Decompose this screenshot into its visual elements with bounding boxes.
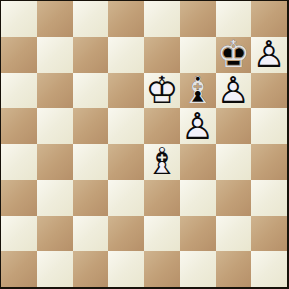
square-f8[interactable] <box>180 1 216 37</box>
square-d3[interactable] <box>108 180 144 216</box>
white-pawn-outline-glyph: ♙ <box>251 37 287 73</box>
square-c7[interactable] <box>73 37 109 73</box>
black-bishop-fill-glyph: ♝ <box>180 73 216 109</box>
square-f7[interactable] <box>180 37 216 73</box>
square-g3[interactable] <box>216 180 252 216</box>
square-d5[interactable] <box>108 108 144 144</box>
square-h3[interactable] <box>251 180 287 216</box>
square-a3[interactable] <box>1 180 37 216</box>
square-b5[interactable] <box>37 108 73 144</box>
white-pawn-fill-glyph: ♟ <box>216 73 252 109</box>
white-pawn[interactable]: ♟♙ <box>216 73 252 109</box>
square-f5[interactable]: ♟♙ <box>180 108 216 144</box>
white-pawn[interactable]: ♟♙ <box>251 37 287 73</box>
square-f3[interactable] <box>180 180 216 216</box>
square-b1[interactable] <box>37 251 73 287</box>
black-king-outline-glyph: ♔ <box>216 37 252 73</box>
square-d7[interactable] <box>108 37 144 73</box>
white-king-fill-glyph: ♚ <box>144 73 180 109</box>
square-d8[interactable] <box>108 1 144 37</box>
white-bishop-outline-glyph: ♗ <box>144 144 180 180</box>
white-king[interactable]: ♚♔ <box>144 73 180 109</box>
square-b2[interactable] <box>37 216 73 252</box>
square-c3[interactable] <box>73 180 109 216</box>
square-h5[interactable] <box>251 108 287 144</box>
square-e8[interactable] <box>144 1 180 37</box>
square-d4[interactable] <box>108 144 144 180</box>
square-f4[interactable] <box>180 144 216 180</box>
square-c5[interactable] <box>73 108 109 144</box>
square-h2[interactable] <box>251 216 287 252</box>
square-b6[interactable] <box>37 73 73 109</box>
square-e7[interactable] <box>144 37 180 73</box>
square-d2[interactable] <box>108 216 144 252</box>
square-d1[interactable] <box>108 251 144 287</box>
square-c8[interactable] <box>73 1 109 37</box>
white-pawn-fill-glyph: ♟ <box>180 108 216 144</box>
square-b4[interactable] <box>37 144 73 180</box>
square-h1[interactable] <box>251 251 287 287</box>
white-bishop[interactable]: ♝♗ <box>144 144 180 180</box>
white-bishop-fill-glyph: ♝ <box>144 144 180 180</box>
square-b8[interactable] <box>37 1 73 37</box>
square-g8[interactable] <box>216 1 252 37</box>
square-g2[interactable] <box>216 216 252 252</box>
square-e2[interactable] <box>144 216 180 252</box>
white-pawn-outline-glyph: ♙ <box>180 108 216 144</box>
white-king-outline-glyph: ♔ <box>144 73 180 109</box>
square-h7[interactable]: ♟♙ <box>251 37 287 73</box>
square-a1[interactable] <box>1 251 37 287</box>
square-f2[interactable] <box>180 216 216 252</box>
square-f6[interactable]: ♝♗ <box>180 73 216 109</box>
square-c1[interactable] <box>73 251 109 287</box>
square-a4[interactable] <box>1 144 37 180</box>
black-bishop-outline-glyph: ♗ <box>180 73 216 109</box>
square-d6[interactable] <box>108 73 144 109</box>
square-h6[interactable] <box>251 73 287 109</box>
square-g5[interactable] <box>216 108 252 144</box>
square-e5[interactable] <box>144 108 180 144</box>
square-g1[interactable] <box>216 251 252 287</box>
square-c4[interactable] <box>73 144 109 180</box>
square-g7[interactable]: ♚♔ <box>216 37 252 73</box>
white-pawn-fill-glyph: ♟ <box>251 37 287 73</box>
square-b7[interactable] <box>37 37 73 73</box>
square-a7[interactable] <box>1 37 37 73</box>
square-c2[interactable] <box>73 216 109 252</box>
square-c6[interactable] <box>73 73 109 109</box>
square-e1[interactable] <box>144 251 180 287</box>
square-e6[interactable]: ♚♔ <box>144 73 180 109</box>
square-e4[interactable]: ♝♗ <box>144 144 180 180</box>
square-g4[interactable] <box>216 144 252 180</box>
chess-board: ♚♔♟♙♚♔♝♗♟♙♟♙♝♗ <box>0 0 289 289</box>
black-bishop[interactable]: ♝♗ <box>180 73 216 109</box>
black-king[interactable]: ♚♔ <box>216 37 252 73</box>
square-a8[interactable] <box>1 1 37 37</box>
square-h4[interactable] <box>251 144 287 180</box>
square-a6[interactable] <box>1 73 37 109</box>
black-king-fill-glyph: ♚ <box>216 37 252 73</box>
square-a5[interactable] <box>1 108 37 144</box>
square-h8[interactable] <box>251 1 287 37</box>
square-f1[interactable] <box>180 251 216 287</box>
white-pawn[interactable]: ♟♙ <box>180 108 216 144</box>
square-b3[interactable] <box>37 180 73 216</box>
white-pawn-outline-glyph: ♙ <box>216 73 252 109</box>
square-g6[interactable]: ♟♙ <box>216 73 252 109</box>
square-a2[interactable] <box>1 216 37 252</box>
square-e3[interactable] <box>144 180 180 216</box>
